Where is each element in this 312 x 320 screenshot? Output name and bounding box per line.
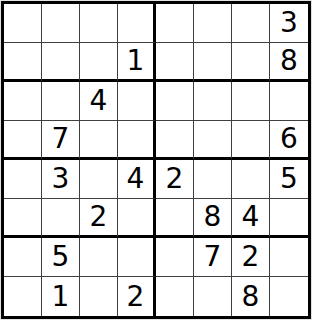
cell-r8c3[interactable] (80, 277, 118, 316)
cell-r1c6[interactable] (194, 4, 232, 43)
cell-r5c3[interactable] (80, 160, 118, 199)
cell-r4c3[interactable] (80, 121, 118, 160)
cell-r5c7[interactable] (232, 160, 270, 199)
cell-r3c5[interactable] (156, 82, 194, 121)
cell-r3c4[interactable] (118, 82, 156, 121)
cell-r1c2[interactable] (42, 4, 80, 43)
cell-r7c5[interactable] (156, 238, 194, 277)
cell-r5c2-given[interactable]: 3 (42, 160, 80, 199)
cell-r3c8[interactable] (270, 82, 308, 121)
cell-r6c2[interactable] (42, 199, 80, 238)
cell-r1c1[interactable] (4, 4, 42, 43)
cell-r1c5[interactable] (156, 4, 194, 43)
cell-r4c4[interactable] (118, 121, 156, 160)
cell-r3c3-given[interactable]: 4 (80, 82, 118, 121)
cell-r3c6[interactable] (194, 82, 232, 121)
cell-r6c6-given[interactable]: 8 (194, 199, 232, 238)
cell-r3c1[interactable] (4, 82, 42, 121)
cell-r2c2[interactable] (42, 43, 80, 82)
cell-r2c1[interactable] (4, 43, 42, 82)
cell-r2c4-given[interactable]: 1 (118, 43, 156, 82)
cell-r8c6[interactable] (194, 277, 232, 316)
cell-r1c8-given[interactable]: 3 (270, 4, 308, 43)
cell-r2c8-given[interactable]: 8 (270, 43, 308, 82)
cell-r7c4[interactable] (118, 238, 156, 277)
cell-r5c1[interactable] (4, 160, 42, 199)
cell-r7c2-given[interactable]: 5 (42, 238, 80, 277)
cell-r6c5[interactable] (156, 199, 194, 238)
cell-r5c4-given[interactable]: 4 (118, 160, 156, 199)
cell-r2c7[interactable] (232, 43, 270, 82)
cell-r6c1[interactable] (4, 199, 42, 238)
cell-r2c5[interactable] (156, 43, 194, 82)
cell-r8c7-given[interactable]: 8 (232, 277, 270, 316)
cell-r6c7-given[interactable]: 4 (232, 199, 270, 238)
cell-r1c3[interactable] (80, 4, 118, 43)
cell-r6c3-given[interactable]: 2 (80, 199, 118, 238)
cell-r1c4[interactable] (118, 4, 156, 43)
cell-r3c7[interactable] (232, 82, 270, 121)
cell-r6c4[interactable] (118, 199, 156, 238)
cell-r4c8-given[interactable]: 6 (270, 121, 308, 160)
cell-r4c6[interactable] (194, 121, 232, 160)
cell-r7c1[interactable] (4, 238, 42, 277)
sudoku-board: 3184763425284572128 (1, 1, 311, 319)
cell-r4c7[interactable] (232, 121, 270, 160)
cell-r7c3[interactable] (80, 238, 118, 277)
cell-r7c6-given[interactable]: 7 (194, 238, 232, 277)
cell-r7c8[interactable] (270, 238, 308, 277)
cell-r7c7-given[interactable]: 2 (232, 238, 270, 277)
cell-r4c5[interactable] (156, 121, 194, 160)
cell-r5c5-given[interactable]: 2 (156, 160, 194, 199)
cell-r2c6[interactable] (194, 43, 232, 82)
cell-r8c1[interactable] (4, 277, 42, 316)
cell-r8c2-given[interactable]: 1 (42, 277, 80, 316)
cell-r2c3[interactable] (80, 43, 118, 82)
cell-r4c2-given[interactable]: 7 (42, 121, 80, 160)
cell-r5c6[interactable] (194, 160, 232, 199)
cell-r6c8[interactable] (270, 199, 308, 238)
cell-r8c4-given[interactable]: 2 (118, 277, 156, 316)
cell-r3c2[interactable] (42, 82, 80, 121)
cell-r5c8-given[interactable]: 5 (270, 160, 308, 199)
cell-r1c7[interactable] (232, 4, 270, 43)
cell-r4c1[interactable] (4, 121, 42, 160)
cell-r8c8[interactable] (270, 277, 308, 316)
cell-r8c5[interactable] (156, 277, 194, 316)
